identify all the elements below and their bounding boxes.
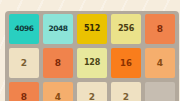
tile-2: 2 — [77, 82, 107, 101]
game-screen: 409620485122568281281648422 — [0, 0, 180, 101]
empty-cell — [145, 82, 175, 101]
tile-16: 16 — [111, 48, 141, 78]
tile-512: 512 — [77, 14, 107, 44]
tile-2048: 2048 — [43, 14, 73, 44]
tile-8: 8 — [9, 82, 39, 101]
tile-4096: 4096 — [9, 14, 39, 44]
tile-8: 8 — [43, 48, 73, 78]
tile-4: 4 — [43, 82, 73, 101]
tile-256: 256 — [111, 14, 141, 44]
tile-128: 128 — [77, 48, 107, 78]
tile-4: 4 — [145, 48, 175, 78]
tile-2: 2 — [111, 82, 141, 101]
board[interactable]: 409620485122568281281648422 — [5, 11, 179, 101]
tile-2: 2 — [9, 48, 39, 78]
tile-8: 8 — [145, 14, 175, 44]
